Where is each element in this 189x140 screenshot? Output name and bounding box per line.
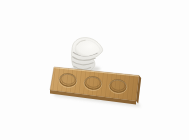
product-photo: [0, 0, 189, 140]
photo-svg: [0, 0, 189, 140]
